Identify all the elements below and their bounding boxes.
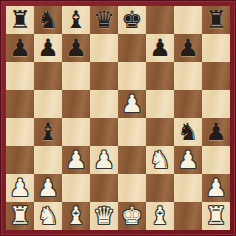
square-h3[interactable] bbox=[202, 146, 230, 174]
square-d7[interactable] bbox=[90, 34, 118, 62]
black-bishop-c8[interactable]: ♝ bbox=[62, 6, 90, 34]
square-d4[interactable] bbox=[90, 118, 118, 146]
square-b4[interactable]: ♝ bbox=[34, 118, 62, 146]
square-c7[interactable]: ♟ bbox=[62, 34, 90, 62]
white-queen-d1[interactable]: ♛ bbox=[90, 202, 118, 230]
square-a6[interactable] bbox=[6, 62, 34, 90]
white-knight-b1[interactable]: ♞ bbox=[34, 202, 62, 230]
square-d2[interactable] bbox=[90, 174, 118, 202]
white-bishop-c1[interactable]: ♝ bbox=[62, 202, 90, 230]
square-e2[interactable] bbox=[118, 174, 146, 202]
square-d1[interactable]: ♛ bbox=[90, 202, 118, 230]
black-bishop-b4[interactable]: ♝ bbox=[34, 118, 62, 146]
white-bishop-f1[interactable]: ♝ bbox=[146, 202, 174, 230]
square-e7[interactable] bbox=[118, 34, 146, 62]
white-pawn-g3[interactable]: ♟ bbox=[174, 146, 202, 174]
square-g2[interactable] bbox=[174, 174, 202, 202]
square-b2[interactable]: ♟ bbox=[34, 174, 62, 202]
square-g5[interactable] bbox=[174, 90, 202, 118]
square-b3[interactable] bbox=[34, 146, 62, 174]
square-e1[interactable]: ♚ bbox=[118, 202, 146, 230]
black-rook-a8[interactable]: ♜ bbox=[6, 6, 34, 34]
square-c8[interactable]: ♝ bbox=[62, 6, 90, 34]
square-h5[interactable] bbox=[202, 90, 230, 118]
white-pawn-h2[interactable]: ♟ bbox=[202, 174, 230, 202]
black-pawn-c7[interactable]: ♟ bbox=[62, 34, 90, 62]
square-f1[interactable]: ♝ bbox=[146, 202, 174, 230]
square-d3[interactable]: ♟ bbox=[90, 146, 118, 174]
board-frame: ♜♞♝♛♚♜♟♟♟♟♟♟♝♞♟♟♟♞♟♟♟♟♜♞♝♛♚♝♜ bbox=[0, 0, 236, 236]
square-e5[interactable]: ♟ bbox=[118, 90, 146, 118]
square-h7[interactable] bbox=[202, 34, 230, 62]
square-f8[interactable] bbox=[146, 6, 174, 34]
square-h2[interactable]: ♟ bbox=[202, 174, 230, 202]
square-b8[interactable]: ♞ bbox=[34, 6, 62, 34]
black-rook-h8[interactable]: ♜ bbox=[202, 6, 230, 34]
square-d6[interactable] bbox=[90, 62, 118, 90]
square-e8[interactable]: ♚ bbox=[118, 6, 146, 34]
square-c4[interactable] bbox=[62, 118, 90, 146]
square-d5[interactable] bbox=[90, 90, 118, 118]
square-g6[interactable] bbox=[174, 62, 202, 90]
square-c6[interactable] bbox=[62, 62, 90, 90]
white-pawn-d3[interactable]: ♟ bbox=[90, 146, 118, 174]
square-g1[interactable] bbox=[174, 202, 202, 230]
square-h4[interactable]: ♟ bbox=[202, 118, 230, 146]
white-rook-h1[interactable]: ♜ bbox=[202, 202, 230, 230]
square-c1[interactable]: ♝ bbox=[62, 202, 90, 230]
square-a7[interactable]: ♟ bbox=[6, 34, 34, 62]
square-f3[interactable]: ♞ bbox=[146, 146, 174, 174]
square-g4[interactable]: ♞ bbox=[174, 118, 202, 146]
square-c3[interactable]: ♟ bbox=[62, 146, 90, 174]
square-b1[interactable]: ♞ bbox=[34, 202, 62, 230]
square-e3[interactable] bbox=[118, 146, 146, 174]
white-knight-f3[interactable]: ♞ bbox=[146, 146, 174, 174]
black-pawn-a7[interactable]: ♟ bbox=[6, 34, 34, 62]
square-g7[interactable]: ♟ bbox=[174, 34, 202, 62]
black-pawn-h4[interactable]: ♟ bbox=[202, 118, 230, 146]
square-e6[interactable] bbox=[118, 62, 146, 90]
square-b5[interactable] bbox=[34, 90, 62, 118]
black-knight-b8[interactable]: ♞ bbox=[34, 6, 62, 34]
square-a4[interactable] bbox=[6, 118, 34, 146]
square-h1[interactable]: ♜ bbox=[202, 202, 230, 230]
black-pawn-b7[interactable]: ♟ bbox=[34, 34, 62, 62]
square-a2[interactable]: ♟ bbox=[6, 174, 34, 202]
square-h8[interactable]: ♜ bbox=[202, 6, 230, 34]
chess-board: ♜♞♝♛♚♜♟♟♟♟♟♟♝♞♟♟♟♞♟♟♟♟♜♞♝♛♚♝♜ bbox=[6, 6, 230, 230]
square-c2[interactable] bbox=[62, 174, 90, 202]
white-pawn-e5[interactable]: ♟ bbox=[118, 90, 146, 118]
square-g8[interactable] bbox=[174, 6, 202, 34]
white-pawn-a2[interactable]: ♟ bbox=[6, 174, 34, 202]
square-a8[interactable]: ♜ bbox=[6, 6, 34, 34]
white-king-e1[interactable]: ♚ bbox=[118, 202, 146, 230]
square-f7[interactable]: ♟ bbox=[146, 34, 174, 62]
black-pawn-f7[interactable]: ♟ bbox=[146, 34, 174, 62]
black-pawn-g7[interactable]: ♟ bbox=[174, 34, 202, 62]
square-h6[interactable] bbox=[202, 62, 230, 90]
white-pawn-b2[interactable]: ♟ bbox=[34, 174, 62, 202]
square-e4[interactable] bbox=[118, 118, 146, 146]
square-a1[interactable]: ♜ bbox=[6, 202, 34, 230]
black-queen-d8[interactable]: ♛ bbox=[90, 6, 118, 34]
square-a5[interactable] bbox=[6, 90, 34, 118]
square-c5[interactable] bbox=[62, 90, 90, 118]
black-knight-g4[interactable]: ♞ bbox=[174, 118, 202, 146]
black-king-e8[interactable]: ♚ bbox=[118, 6, 146, 34]
square-f6[interactable] bbox=[146, 62, 174, 90]
square-g3[interactable]: ♟ bbox=[174, 146, 202, 174]
square-d8[interactable]: ♛ bbox=[90, 6, 118, 34]
square-f4[interactable] bbox=[146, 118, 174, 146]
square-f2[interactable] bbox=[146, 174, 174, 202]
square-f5[interactable] bbox=[146, 90, 174, 118]
white-rook-a1[interactable]: ♜ bbox=[6, 202, 34, 230]
white-pawn-c3[interactable]: ♟ bbox=[62, 146, 90, 174]
square-a3[interactable] bbox=[6, 146, 34, 174]
square-b6[interactable] bbox=[34, 62, 62, 90]
square-b7[interactable]: ♟ bbox=[34, 34, 62, 62]
